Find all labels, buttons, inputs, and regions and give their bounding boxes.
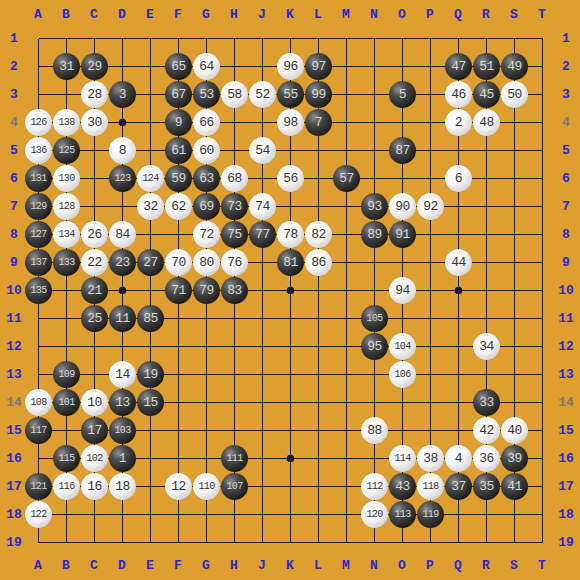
move-number: 98 (283, 116, 298, 129)
move-number: 79 (199, 284, 214, 297)
stone-Q4: 2 (445, 109, 472, 136)
stone-S17: 41 (501, 473, 528, 500)
col-label-top-D: D (118, 8, 126, 21)
move-number: 52 (255, 88, 270, 101)
stone-A4: 126 (25, 109, 52, 136)
stone-B8: 134 (53, 221, 80, 248)
row-label-right-14: 14 (558, 396, 574, 409)
move-number: 92 (423, 200, 438, 213)
col-label-top-J: J (258, 8, 266, 21)
move-number: 75 (227, 228, 242, 241)
row-label-right-8: 8 (562, 228, 570, 241)
move-number: 60 (199, 144, 214, 157)
stone-D17: 18 (109, 473, 136, 500)
row-label-left-18: 18 (6, 508, 22, 521)
stone-H16: 111 (221, 445, 248, 472)
stone-J7: 74 (249, 193, 276, 220)
stone-B9: 133 (53, 249, 80, 276)
stone-R16: 36 (473, 445, 500, 472)
stone-E9: 27 (137, 249, 164, 276)
stone-D8: 84 (109, 221, 136, 248)
stone-Q17: 37 (445, 473, 472, 500)
col-label-bottom-T: T (538, 559, 546, 572)
stone-C3: 28 (81, 81, 108, 108)
stone-A10: 135 (25, 277, 52, 304)
move-number: 9 (175, 116, 182, 129)
move-number: 103 (115, 426, 131, 436)
col-label-bottom-N: N (370, 559, 378, 572)
stone-F2: 65 (165, 53, 192, 80)
stone-C16: 102 (81, 445, 108, 472)
stone-D13: 14 (109, 361, 136, 388)
move-number: 110 (199, 482, 215, 492)
move-number: 3 (119, 88, 126, 101)
stone-L3: 99 (305, 81, 332, 108)
stone-O18: 113 (389, 501, 416, 528)
row-label-right-11: 11 (558, 312, 574, 325)
move-number: 74 (255, 200, 270, 213)
stone-A8: 127 (25, 221, 52, 248)
stone-C10: 21 (81, 277, 108, 304)
col-label-bottom-L: L (314, 559, 322, 572)
stone-H6: 68 (221, 165, 248, 192)
stone-N17: 112 (361, 473, 388, 500)
move-number: 40 (507, 424, 522, 437)
row-label-right-9: 9 (562, 256, 570, 269)
stone-S3: 50 (501, 81, 528, 108)
col-label-top-N: N (370, 8, 378, 21)
stone-D5: 8 (109, 137, 136, 164)
stone-C11: 25 (81, 305, 108, 332)
move-number: 25 (87, 312, 102, 325)
stone-B13: 109 (53, 361, 80, 388)
move-number: 130 (59, 174, 75, 184)
row-label-left-3: 3 (10, 88, 18, 101)
stone-H8: 75 (221, 221, 248, 248)
stone-L8: 82 (305, 221, 332, 248)
move-number: 90 (395, 200, 410, 213)
col-label-top-B: B (62, 8, 70, 21)
row-label-right-5: 5 (562, 144, 570, 157)
stone-G10: 79 (193, 277, 220, 304)
row-label-left-10: 10 (6, 284, 22, 297)
row-label-right-3: 3 (562, 88, 570, 101)
col-label-top-R: R (482, 8, 490, 21)
stone-B5: 125 (53, 137, 80, 164)
stone-N8: 89 (361, 221, 388, 248)
stone-G4: 66 (193, 109, 220, 136)
move-number: 107 (227, 482, 243, 492)
move-number: 127 (31, 230, 47, 240)
move-number: 8 (119, 144, 126, 157)
move-number: 32 (143, 200, 158, 213)
stone-F7: 62 (165, 193, 192, 220)
col-label-top-S: S (510, 8, 518, 21)
move-number: 37 (451, 480, 466, 493)
move-number: 50 (507, 88, 522, 101)
move-number: 76 (227, 256, 242, 269)
col-label-top-L: L (314, 8, 322, 21)
stone-N18: 120 (361, 501, 388, 528)
col-label-bottom-P: P (426, 559, 434, 572)
stone-N15: 88 (361, 417, 388, 444)
move-number: 80 (199, 256, 214, 269)
move-number: 129 (31, 202, 47, 212)
col-label-bottom-C: C (90, 559, 98, 572)
move-number: 45 (479, 88, 494, 101)
stone-K9: 81 (277, 249, 304, 276)
stone-L2: 97 (305, 53, 332, 80)
stone-Q6: 6 (445, 165, 472, 192)
move-number: 36 (479, 452, 494, 465)
go-game-diagram: AABBCCDDEEFFGGHHJJKKLLMMNNOOPPQQRRSSTT11… (0, 0, 580, 580)
move-number: 121 (31, 482, 47, 492)
move-number: 49 (507, 60, 522, 73)
col-label-bottom-D: D (118, 559, 126, 572)
stone-A5: 136 (25, 137, 52, 164)
stone-F10: 71 (165, 277, 192, 304)
row-label-right-18: 18 (558, 508, 574, 521)
stone-Q3: 46 (445, 81, 472, 108)
stone-R17: 35 (473, 473, 500, 500)
move-number: 78 (283, 228, 298, 241)
move-number: 82 (311, 228, 326, 241)
move-number: 35 (479, 480, 494, 493)
stone-S15: 40 (501, 417, 528, 444)
move-number: 44 (451, 256, 466, 269)
move-number: 10 (87, 396, 102, 409)
row-label-right-6: 6 (562, 172, 570, 185)
move-number: 64 (199, 60, 214, 73)
row-label-right-16: 16 (558, 452, 574, 465)
stone-C15: 17 (81, 417, 108, 444)
move-number: 120 (367, 510, 383, 520)
move-number: 27 (143, 256, 158, 269)
move-number: 58 (227, 88, 242, 101)
move-number: 124 (143, 174, 159, 184)
move-number: 105 (367, 314, 383, 324)
stone-E6: 124 (137, 165, 164, 192)
move-number: 131 (31, 174, 47, 184)
stone-C4: 30 (81, 109, 108, 136)
col-label-top-H: H (230, 8, 238, 21)
row-label-left-19: 19 (6, 536, 22, 549)
move-number: 133 (59, 258, 75, 268)
col-label-bottom-H: H (230, 559, 238, 572)
move-number: 30 (87, 116, 102, 129)
move-number: 118 (423, 482, 439, 492)
stone-D3: 3 (109, 81, 136, 108)
row-label-left-2: 2 (10, 60, 18, 73)
move-number: 42 (479, 424, 494, 437)
move-number: 119 (423, 510, 439, 520)
move-number: 125 (59, 146, 75, 156)
move-number: 57 (339, 172, 354, 185)
stone-K2: 96 (277, 53, 304, 80)
move-number: 14 (115, 368, 130, 381)
stone-F3: 67 (165, 81, 192, 108)
move-number: 106 (395, 370, 411, 380)
col-label-bottom-J: J (258, 559, 266, 572)
stone-G7: 69 (193, 193, 220, 220)
stone-J5: 54 (249, 137, 276, 164)
stone-A14: 108 (25, 389, 52, 416)
move-number: 123 (115, 174, 131, 184)
stone-K6: 56 (277, 165, 304, 192)
move-number: 102 (87, 454, 103, 464)
stone-H3: 58 (221, 81, 248, 108)
stone-J3: 52 (249, 81, 276, 108)
row-label-right-15: 15 (558, 424, 574, 437)
move-number: 87 (395, 144, 410, 157)
stone-N11: 105 (361, 305, 388, 332)
stone-P18: 119 (417, 501, 444, 528)
stone-Q2: 47 (445, 53, 472, 80)
stone-B4: 138 (53, 109, 80, 136)
move-number: 18 (115, 480, 130, 493)
star-point-K10 (287, 287, 295, 295)
move-number: 47 (451, 60, 466, 73)
stone-G9: 80 (193, 249, 220, 276)
star-point-D10 (119, 287, 127, 295)
move-number: 81 (283, 256, 298, 269)
move-number: 70 (171, 256, 186, 269)
move-number: 108 (31, 398, 47, 408)
move-number: 7 (315, 116, 322, 129)
move-number: 117 (31, 426, 47, 436)
stone-E7: 32 (137, 193, 164, 220)
move-number: 101 (59, 398, 75, 408)
stone-O8: 91 (389, 221, 416, 248)
stone-C14: 10 (81, 389, 108, 416)
col-label-bottom-M: M (342, 559, 350, 572)
row-label-left-11: 11 (6, 312, 22, 325)
col-label-bottom-A: A (34, 559, 42, 572)
move-number: 31 (59, 60, 74, 73)
move-number: 114 (395, 454, 411, 464)
move-number: 116 (59, 482, 75, 492)
stone-R15: 42 (473, 417, 500, 444)
row-label-left-4: 4 (10, 116, 18, 129)
move-number: 113 (395, 510, 411, 520)
move-number: 63 (199, 172, 214, 185)
move-number: 51 (479, 60, 494, 73)
move-number: 91 (395, 228, 410, 241)
move-number: 2 (455, 116, 462, 129)
stone-F17: 12 (165, 473, 192, 500)
move-number: 67 (171, 88, 186, 101)
move-number: 97 (311, 60, 326, 73)
move-number: 104 (395, 342, 411, 352)
move-number: 5 (399, 88, 406, 101)
stone-M6: 57 (333, 165, 360, 192)
row-label-left-16: 16 (6, 452, 22, 465)
stone-P7: 92 (417, 193, 444, 220)
stone-H17: 107 (221, 473, 248, 500)
move-number: 6 (455, 172, 462, 185)
col-label-top-P: P (426, 8, 434, 21)
move-number: 69 (199, 200, 214, 213)
stone-H9: 76 (221, 249, 248, 276)
move-number: 66 (199, 116, 214, 129)
col-label-bottom-G: G (202, 559, 210, 572)
move-number: 12 (171, 480, 186, 493)
row-label-right-19: 19 (558, 536, 574, 549)
stone-A7: 129 (25, 193, 52, 220)
row-label-left-14: 14 (6, 396, 22, 409)
row-label-right-2: 2 (562, 60, 570, 73)
move-number: 83 (227, 284, 242, 297)
move-number: 55 (283, 88, 298, 101)
move-number: 86 (311, 256, 326, 269)
move-number: 111 (227, 454, 243, 464)
stone-K4: 98 (277, 109, 304, 136)
stone-O16: 114 (389, 445, 416, 472)
stone-D16: 1 (109, 445, 136, 472)
stone-E11: 85 (137, 305, 164, 332)
move-number: 11 (115, 312, 130, 325)
move-number: 1 (119, 452, 126, 465)
move-number: 38 (423, 452, 438, 465)
stone-H7: 73 (221, 193, 248, 220)
move-number: 99 (311, 88, 326, 101)
stone-D15: 103 (109, 417, 136, 444)
move-number: 16 (87, 480, 102, 493)
stone-G5: 60 (193, 137, 220, 164)
stone-E13: 19 (137, 361, 164, 388)
stone-G6: 63 (193, 165, 220, 192)
col-label-bottom-Q: Q (454, 559, 462, 572)
stone-P16: 38 (417, 445, 444, 472)
move-number: 54 (255, 144, 270, 157)
stone-P17: 118 (417, 473, 444, 500)
row-label-right-13: 13 (558, 368, 574, 381)
stone-A18: 122 (25, 501, 52, 528)
stone-O13: 106 (389, 361, 416, 388)
stone-O3: 5 (389, 81, 416, 108)
move-number: 122 (31, 510, 47, 520)
move-number: 48 (479, 116, 494, 129)
move-number: 112 (367, 482, 383, 492)
stone-Q16: 4 (445, 445, 472, 472)
stone-E14: 15 (137, 389, 164, 416)
move-number: 26 (87, 228, 102, 241)
row-label-left-12: 12 (6, 340, 22, 353)
move-number: 71 (171, 284, 186, 297)
row-label-left-17: 17 (6, 480, 22, 493)
move-number: 135 (31, 286, 47, 296)
move-number: 137 (31, 258, 47, 268)
stone-A17: 121 (25, 473, 52, 500)
move-number: 41 (507, 480, 522, 493)
stone-G8: 72 (193, 221, 220, 248)
move-number: 126 (31, 118, 47, 128)
stone-B14: 101 (53, 389, 80, 416)
move-number: 61 (171, 144, 186, 157)
stone-G2: 64 (193, 53, 220, 80)
stone-A15: 117 (25, 417, 52, 444)
row-label-left-8: 8 (10, 228, 18, 241)
stone-D11: 11 (109, 305, 136, 332)
stone-B6: 130 (53, 165, 80, 192)
move-number: 34 (479, 340, 494, 353)
row-label-left-6: 6 (10, 172, 18, 185)
row-label-right-12: 12 (558, 340, 574, 353)
move-number: 72 (199, 228, 214, 241)
move-number: 88 (367, 424, 382, 437)
move-number: 136 (31, 146, 47, 156)
stone-R14: 33 (473, 389, 500, 416)
move-number: 21 (87, 284, 102, 297)
stone-B16: 115 (53, 445, 80, 472)
row-label-left-1: 1 (10, 32, 18, 45)
move-number: 46 (451, 88, 466, 101)
col-label-top-A: A (34, 8, 42, 21)
move-number: 96 (283, 60, 298, 73)
row-label-left-9: 9 (10, 256, 18, 269)
stone-F6: 59 (165, 165, 192, 192)
star-point-Q10 (455, 287, 463, 295)
stone-D9: 23 (109, 249, 136, 276)
stone-R3: 45 (473, 81, 500, 108)
stone-O17: 43 (389, 473, 416, 500)
move-number: 15 (143, 396, 158, 409)
stone-R12: 34 (473, 333, 500, 360)
move-number: 56 (283, 172, 298, 185)
move-number: 13 (115, 396, 130, 409)
col-label-top-E: E (146, 8, 154, 21)
stone-R4: 48 (473, 109, 500, 136)
move-number: 29 (87, 60, 102, 73)
stone-S2: 49 (501, 53, 528, 80)
stone-C9: 22 (81, 249, 108, 276)
col-label-bottom-R: R (482, 559, 490, 572)
stone-B17: 116 (53, 473, 80, 500)
stone-S16: 39 (501, 445, 528, 472)
move-number: 68 (227, 172, 242, 185)
row-label-right-7: 7 (562, 200, 570, 213)
stone-O7: 90 (389, 193, 416, 220)
col-label-bottom-O: O (398, 559, 406, 572)
move-number: 4 (455, 452, 462, 465)
col-label-bottom-S: S (510, 559, 518, 572)
row-label-right-10: 10 (558, 284, 574, 297)
stone-L9: 86 (305, 249, 332, 276)
stone-L4: 7 (305, 109, 332, 136)
stone-C2: 29 (81, 53, 108, 80)
move-number: 93 (367, 200, 382, 213)
stone-N7: 93 (361, 193, 388, 220)
col-label-top-T: T (538, 8, 546, 21)
row-label-right-1: 1 (562, 32, 570, 45)
stone-O5: 87 (389, 137, 416, 164)
col-label-top-O: O (398, 8, 406, 21)
col-label-top-C: C (90, 8, 98, 21)
stone-A9: 137 (25, 249, 52, 276)
stone-Q9: 44 (445, 249, 472, 276)
stone-D6: 123 (109, 165, 136, 192)
move-number: 17 (87, 424, 102, 437)
stone-F9: 70 (165, 249, 192, 276)
move-number: 33 (479, 396, 494, 409)
col-label-bottom-B: B (62, 559, 70, 572)
move-number: 89 (367, 228, 382, 241)
move-number: 53 (199, 88, 214, 101)
stone-J8: 77 (249, 221, 276, 248)
col-label-top-K: K (286, 8, 294, 21)
col-label-bottom-K: K (286, 559, 294, 572)
move-number: 115 (59, 454, 75, 464)
